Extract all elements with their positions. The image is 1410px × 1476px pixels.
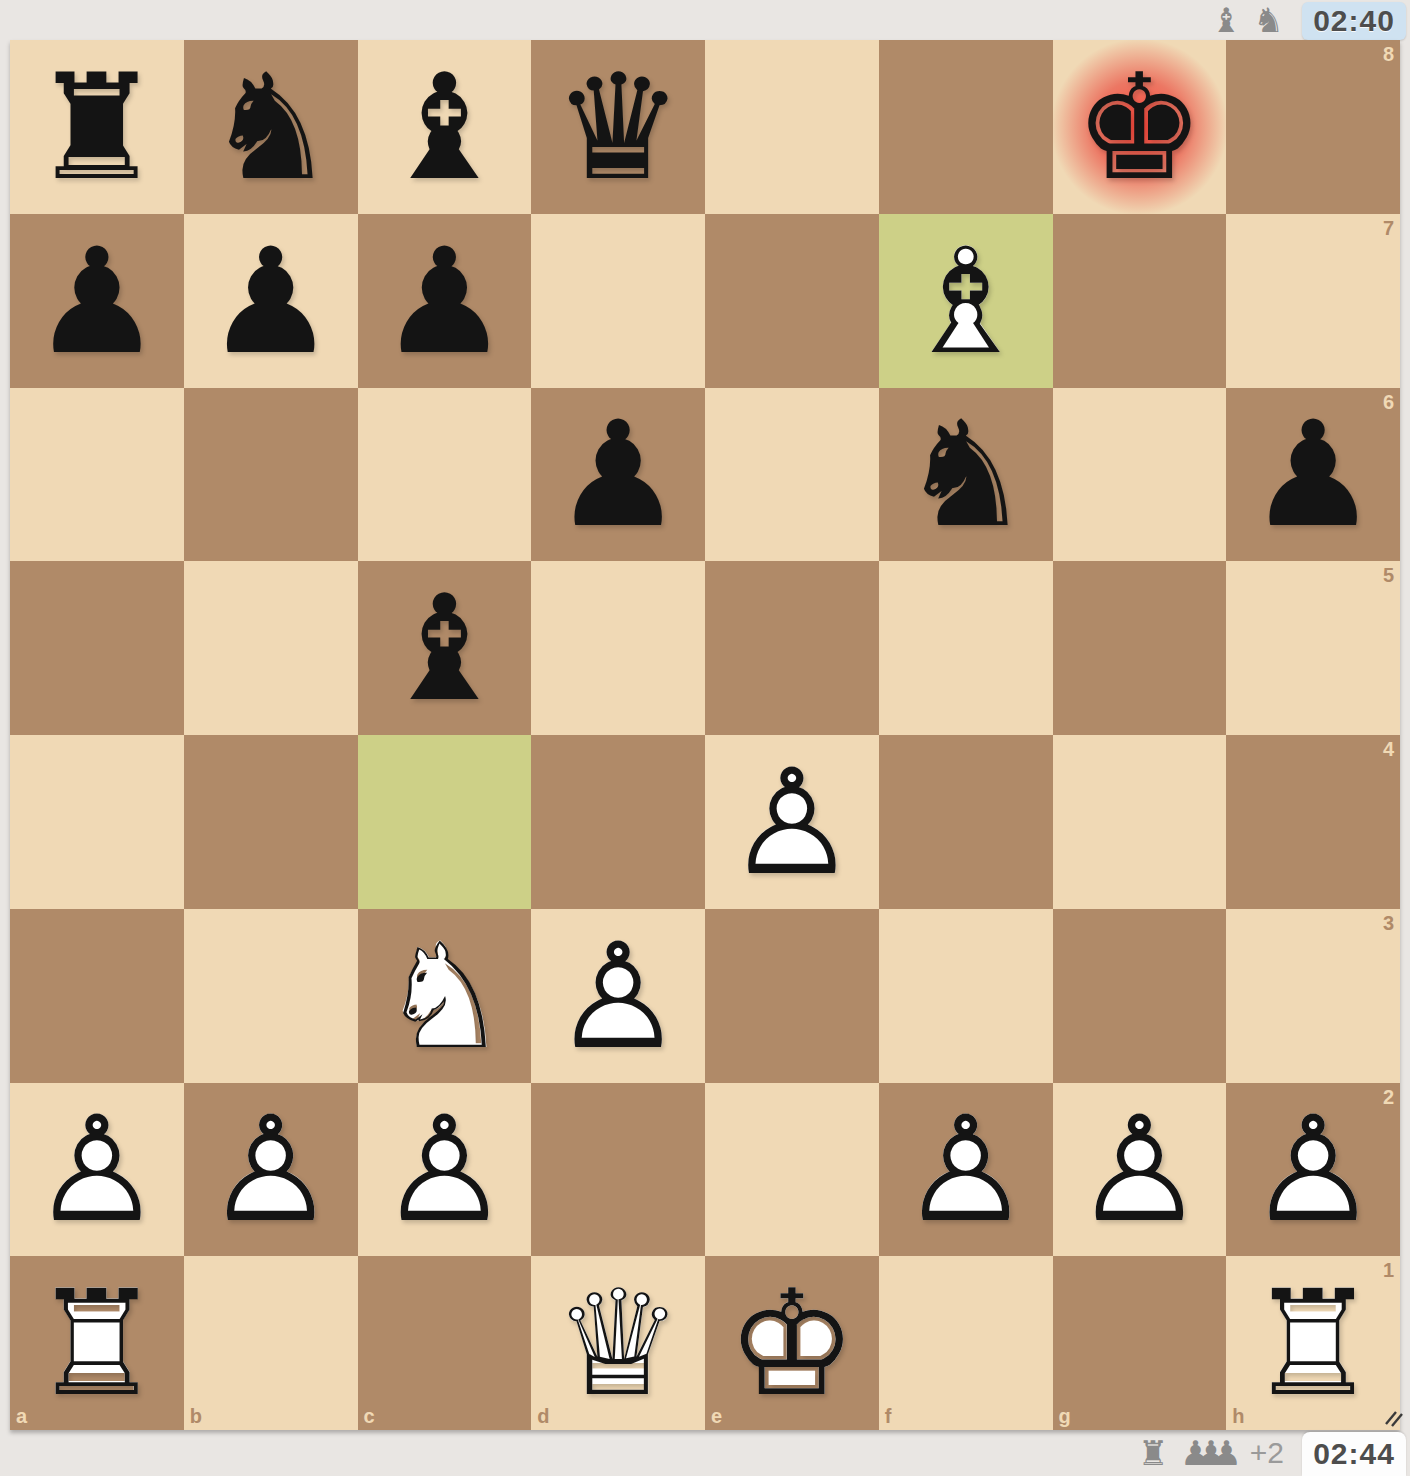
white-rook-h1[interactable]: ♜♖: [1226, 1256, 1400, 1430]
black-piece-glyph: ♟: [1248, 401, 1379, 547]
rank-label-3: 3: [1383, 912, 1394, 935]
square-f4[interactable]: [879, 735, 1053, 909]
square-g5[interactable]: [1053, 561, 1227, 735]
square-e5[interactable]: [705, 561, 879, 735]
square-c3[interactable]: ♞♘: [358, 909, 532, 1083]
file-label-c: c: [364, 1405, 375, 1428]
white-piece-outline: ♔: [726, 1270, 857, 1416]
square-d8[interactable]: ♛: [531, 40, 705, 214]
square-e2[interactable]: [705, 1083, 879, 1257]
square-f8[interactable]: [879, 40, 1053, 214]
board-resize-handle-icon[interactable]: [1380, 1404, 1406, 1430]
rank-label-7: 7: [1383, 217, 1394, 240]
black-pawn-a7[interactable]: ♟: [10, 214, 184, 388]
square-a7[interactable]: ♟: [10, 214, 184, 388]
black-piece-glyph: ♟: [205, 228, 336, 374]
square-a5[interactable]: [10, 561, 184, 735]
material-advantage: +2: [1250, 1436, 1284, 1470]
black-bishop-c8[interactable]: ♝: [358, 40, 532, 214]
captured-bishop-icon: ♝: [1211, 3, 1241, 37]
square-g3[interactable]: [1053, 909, 1227, 1083]
white-piece-outline: ♙: [900, 1096, 1031, 1242]
square-d3[interactable]: ♟♙: [531, 909, 705, 1083]
black-piece-glyph: ♟: [31, 228, 162, 374]
square-h1[interactable]: ♜♖1h: [1226, 1256, 1400, 1430]
black-knight-f6[interactable]: ♞: [879, 388, 1053, 562]
white-pawn-h2[interactable]: ♟♙: [1226, 1083, 1400, 1257]
square-f3[interactable]: [879, 909, 1053, 1083]
square-h4[interactable]: 4: [1226, 735, 1400, 909]
captured-pawn-icon: ♟: [1211, 1436, 1241, 1470]
square-a8[interactable]: ♜: [10, 40, 184, 214]
square-b5[interactable]: [184, 561, 358, 735]
white-piece-outline: ♙: [553, 923, 684, 1069]
square-d5[interactable]: [531, 561, 705, 735]
top-player-bar: ♝♞ 02:40: [0, 0, 1410, 40]
captured-knight-icon: ♞: [1254, 3, 1284, 37]
top-player-clock: 02:40: [1302, 2, 1406, 40]
square-f5[interactable]: [879, 561, 1053, 735]
black-piece-glyph: ♟: [553, 401, 684, 547]
bottom-clock-time: 02:44: [1313, 1437, 1395, 1471]
square-b3[interactable]: [184, 909, 358, 1083]
white-king-e1[interactable]: ♚♔: [705, 1256, 879, 1430]
file-label-g: g: [1059, 1405, 1071, 1428]
square-h2[interactable]: ♟♙2: [1226, 1083, 1400, 1257]
square-h7[interactable]: 7: [1226, 214, 1400, 388]
white-piece-outline: ♙: [1074, 1096, 1205, 1242]
white-bishop-f7[interactable]: ♝♗: [879, 214, 1053, 388]
top-clock-time: 02:40: [1313, 4, 1395, 38]
black-knight-b8[interactable]: ♞: [184, 40, 358, 214]
square-h3[interactable]: 3: [1226, 909, 1400, 1083]
black-king-g8[interactable]: ♚: [1053, 40, 1227, 214]
square-f7[interactable]: ♝♗: [879, 214, 1053, 388]
white-pawn-a2[interactable]: ♟♙: [10, 1083, 184, 1257]
square-c2[interactable]: ♟♙: [358, 1083, 532, 1257]
white-piece-outline: ♗: [900, 228, 1031, 374]
white-piece-outline: ♙: [205, 1096, 336, 1242]
black-piece-glyph: ♝: [379, 575, 510, 721]
white-pawn-f2[interactable]: ♟♙: [879, 1083, 1053, 1257]
square-c7[interactable]: ♟: [358, 214, 532, 388]
square-b2[interactable]: ♟♙: [184, 1083, 358, 1257]
square-e6[interactable]: [705, 388, 879, 562]
rank-label-5: 5: [1383, 564, 1394, 587]
white-pawn-d3[interactable]: ♟♙: [531, 909, 705, 1083]
square-b4[interactable]: [184, 735, 358, 909]
square-d4[interactable]: [531, 735, 705, 909]
black-pawn-b7[interactable]: ♟: [184, 214, 358, 388]
black-piece-glyph: ♝: [379, 54, 510, 200]
white-piece-outline: ♕: [553, 1270, 684, 1416]
square-d2[interactable]: [531, 1083, 705, 1257]
square-c8[interactable]: ♝: [358, 40, 532, 214]
file-label-f: f: [885, 1405, 892, 1428]
square-e1[interactable]: ♚♔e: [705, 1256, 879, 1430]
black-bishop-c5[interactable]: ♝: [358, 561, 532, 735]
white-piece-outline: ♖: [1248, 1270, 1379, 1416]
square-e8[interactable]: [705, 40, 879, 214]
square-c4[interactable]: [358, 735, 532, 909]
square-d1[interactable]: ♛♕d: [531, 1256, 705, 1430]
black-pawn-c7[interactable]: ♟: [358, 214, 532, 388]
black-pawn-d6[interactable]: ♟: [531, 388, 705, 562]
square-d6[interactable]: ♟: [531, 388, 705, 562]
square-c5[interactable]: ♝: [358, 561, 532, 735]
bottom-player-clock: 02:44: [1302, 1432, 1406, 1476]
white-pawn-c2[interactable]: ♟♙: [358, 1083, 532, 1257]
white-piece-outline: ♙: [726, 749, 857, 895]
white-piece-outline: ♙: [31, 1096, 162, 1242]
white-queen-d1[interactable]: ♛♕: [531, 1256, 705, 1430]
square-e4[interactable]: ♟♙: [705, 735, 879, 909]
square-d7[interactable]: [531, 214, 705, 388]
square-c6[interactable]: [358, 388, 532, 562]
square-h6[interactable]: ♟6: [1226, 388, 1400, 562]
square-f1[interactable]: f: [879, 1256, 1053, 1430]
square-g4[interactable]: [1053, 735, 1227, 909]
square-g2[interactable]: ♟♙: [1053, 1083, 1227, 1257]
black-piece-glyph: ♚: [1074, 54, 1205, 200]
black-rook-a8[interactable]: ♜: [10, 40, 184, 214]
captured-rook-icon: ♜: [1138, 1436, 1168, 1470]
captured-pieces-top: ♝♞: [1211, 3, 1284, 37]
white-piece-outline: ♙: [379, 1096, 510, 1242]
black-piece-glyph: ♜: [31, 54, 162, 200]
square-e7[interactable]: [705, 214, 879, 388]
rank-label-4: 4: [1383, 738, 1394, 761]
white-pawn-e4[interactable]: ♟♙: [705, 735, 879, 909]
black-queen-d8[interactable]: ♛: [531, 40, 705, 214]
square-g7[interactable]: [1053, 214, 1227, 388]
white-pawn-g2[interactable]: ♟♙: [1053, 1083, 1227, 1257]
square-f2[interactable]: ♟♙: [879, 1083, 1053, 1257]
square-b6[interactable]: [184, 388, 358, 562]
square-b7[interactable]: ♟: [184, 214, 358, 388]
square-g8[interactable]: ♚: [1053, 40, 1227, 214]
square-a1[interactable]: ♜♖a: [10, 1256, 184, 1430]
square-e3[interactable]: [705, 909, 879, 1083]
file-label-b: b: [190, 1405, 202, 1428]
captured-pieces-bottom: ♜♟♟♟: [1138, 1436, 1242, 1470]
square-a4[interactable]: [10, 735, 184, 909]
white-knight-c3[interactable]: ♞♘: [358, 909, 532, 1083]
square-g6[interactable]: [1053, 388, 1227, 562]
square-a6[interactable]: [10, 388, 184, 562]
black-piece-glyph: ♟: [379, 228, 510, 374]
square-h8[interactable]: 8: [1226, 40, 1400, 214]
black-piece-glyph: ♞: [900, 401, 1031, 547]
white-rook-a1[interactable]: ♜♖: [10, 1256, 184, 1430]
white-piece-outline: ♖: [31, 1270, 162, 1416]
square-b1[interactable]: b: [184, 1256, 358, 1430]
square-a2[interactable]: ♟♙: [10, 1083, 184, 1257]
black-piece-glyph: ♛: [553, 54, 684, 200]
bottom-player-bar: ♜♟♟♟ +2 02:44: [0, 1430, 1410, 1476]
white-piece-outline: ♘: [379, 923, 510, 1069]
black-piece-glyph: ♞: [205, 54, 336, 200]
white-piece-outline: ♙: [1248, 1096, 1379, 1242]
square-g1[interactable]: g: [1053, 1256, 1227, 1430]
square-a3[interactable]: [10, 909, 184, 1083]
square-h5[interactable]: 5: [1226, 561, 1400, 735]
chess-board[interactable]: ♜♞♝♛♚8♟♟♟♝♗7♟♞♟6♝5♟♙4♞♘♟♙3♟♙♟♙♟♙♟♙♟♙♟♙2♜…: [10, 40, 1400, 1430]
white-pawn-b2[interactable]: ♟♙: [184, 1083, 358, 1257]
rank-label-8: 8: [1383, 43, 1394, 66]
square-c1[interactable]: c: [358, 1256, 532, 1430]
square-b8[interactable]: ♞: [184, 40, 358, 214]
black-pawn-h6[interactable]: ♟: [1226, 388, 1400, 562]
square-f6[interactable]: ♞: [879, 388, 1053, 562]
